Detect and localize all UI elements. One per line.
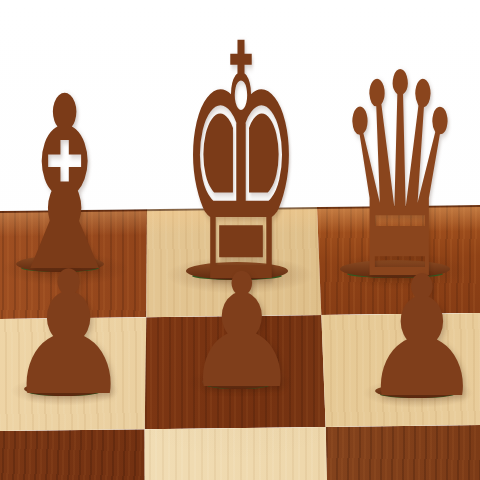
piece-pawn-d7[interactable]: ♟ [361, 254, 475, 421]
photo-canvas: ♝ ♚ ♛ ♟ ♟ ♟ [0, 0, 480, 480]
piece-pawn-b7[interactable]: ♟ [6, 248, 122, 419]
piece-pawn-c7[interactable]: ♟ [184, 252, 291, 410]
